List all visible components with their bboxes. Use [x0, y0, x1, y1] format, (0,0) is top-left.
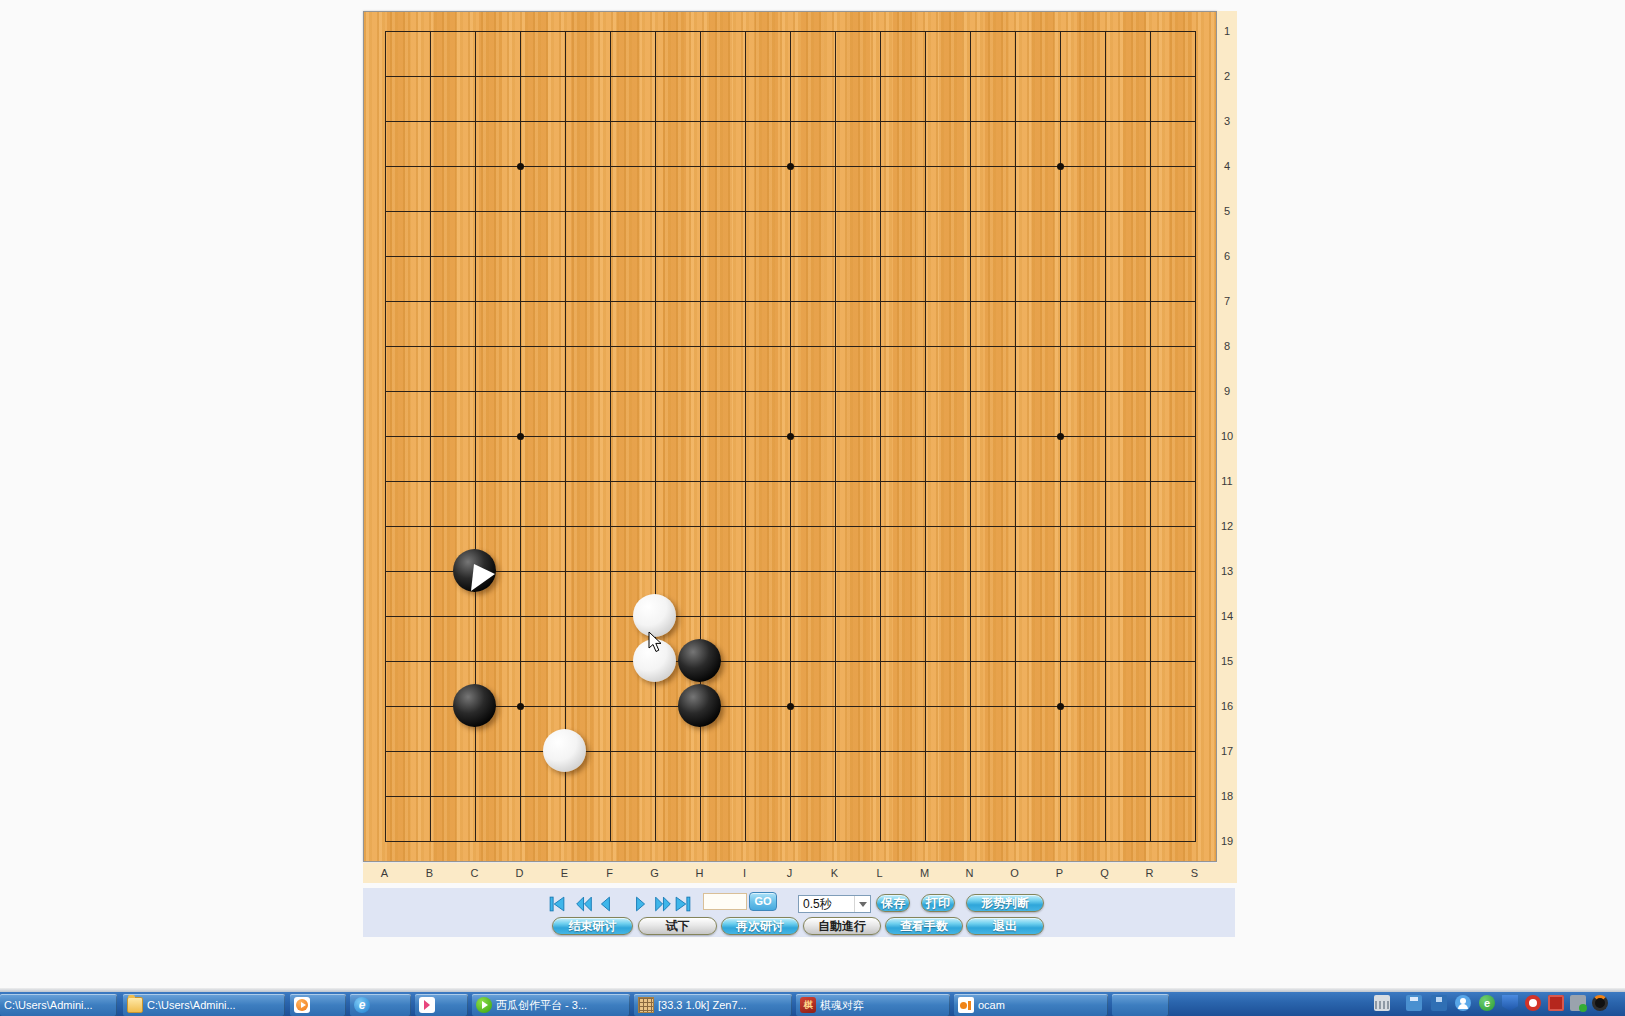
row-label: 10 — [1217, 413, 1237, 458]
triangle-marker-icon — [453, 549, 496, 592]
column-label: E — [542, 863, 587, 883]
back-button[interactable] — [598, 896, 616, 912]
forward-button[interactable] — [632, 896, 650, 912]
go-to-end-button[interactable] — [675, 896, 693, 912]
delay-select-value: 0.5秒 — [799, 896, 854, 913]
taskbar-button-window-9[interactable]: ocam — [954, 994, 1108, 1016]
taskbar-button-label: C:\Users\Admini... — [143, 999, 240, 1011]
ocam-icon — [958, 997, 974, 1013]
row-label: 5 — [1217, 188, 1237, 233]
column-label: P — [1037, 863, 1082, 883]
stone-e17-white — [543, 729, 586, 772]
row-label: 14 — [1217, 593, 1237, 638]
stone-h15-black — [678, 639, 721, 682]
tray-keyboard-icon[interactable] — [1374, 995, 1390, 1011]
column-labels: ABCDEFGHIJKLMNOPQRS — [362, 863, 1217, 883]
chevron-down-icon[interactable] — [854, 896, 870, 912]
column-label: D — [497, 863, 542, 883]
print-button[interactable]: 打印 — [921, 894, 955, 912]
row-label: 7 — [1217, 278, 1237, 323]
exit-button[interactable]: 退出 — [966, 917, 1044, 935]
taskbar-button-none-10[interactable] — [1112, 994, 1169, 1016]
row-label: 11 — [1217, 458, 1237, 503]
row-label: 12 — [1217, 503, 1237, 548]
fast-forward-button[interactable] — [655, 896, 673, 912]
tray-red-app2-icon[interactable] — [1548, 995, 1564, 1011]
tray-red-ring-icon[interactable] — [1525, 995, 1541, 1011]
delay-select[interactable]: 0.5秒 — [798, 895, 871, 913]
taskbar-button-label: [33.3 1.0k] Zen7... — [654, 999, 751, 1011]
column-label: F — [587, 863, 632, 883]
row-label: 2 — [1217, 53, 1237, 98]
stone-c16-black — [453, 684, 496, 727]
column-label: O — [992, 863, 1037, 883]
tray-usb-device-icon[interactable] — [1406, 995, 1422, 1011]
row-label: 6 — [1217, 233, 1237, 278]
column-label: L — [857, 863, 902, 883]
stone-h16-black — [678, 684, 721, 727]
taskbar-button-label: 棋魂对弈 — [816, 998, 868, 1013]
chevron-icon — [419, 997, 435, 1013]
taskbar-button-chevron-5[interactable] — [415, 994, 468, 1016]
tray-user-shield-icon[interactable] — [1455, 995, 1471, 1011]
taskbar: C:\Users\Admini...C:\Users\Admini...e西瓜创… — [0, 992, 1625, 1016]
column-label: M — [902, 863, 947, 883]
taskbar-button-window-6[interactable]: 西瓜创作平台 - 3... — [472, 994, 630, 1016]
taskbar-button-window-7[interactable]: [33.3 1.0k] Zen7... — [634, 994, 792, 1016]
row-label: 8 — [1217, 323, 1237, 368]
judge-position-button[interactable]: 形势判断 — [966, 894, 1044, 912]
taskbar-button-window-1[interactable]: C:\Users\Admini... — [0, 994, 117, 1016]
row-label: 1 — [1217, 8, 1237, 53]
tray-spinner-icon[interactable] — [1592, 995, 1608, 1011]
row-label: 3 — [1217, 98, 1237, 143]
taskbar-button-window-8[interactable]: 棋棋魂对弈 — [796, 994, 950, 1016]
restudy-button[interactable]: 再次研讨 — [721, 917, 799, 935]
auto-play-button[interactable]: 自動進行 — [803, 917, 881, 935]
tray-usb-drive-icon[interactable] — [1431, 995, 1447, 1011]
taskbar-button-label: ocam — [974, 999, 1009, 1011]
column-label: J — [767, 863, 812, 883]
column-label: S — [1172, 863, 1217, 883]
mouse-cursor — [648, 631, 664, 657]
column-label: Q — [1082, 863, 1127, 883]
tray-green-e-icon[interactable]: e — [1479, 995, 1495, 1011]
move-number-input[interactable] — [703, 893, 747, 910]
column-label: I — [722, 863, 767, 883]
player-icon — [294, 997, 310, 1013]
taskbar-button-window-2[interactable]: C:\Users\Admini... — [123, 994, 285, 1016]
red-app-icon: 棋 — [800, 997, 816, 1013]
taskbar-button-label: 西瓜创作平台 - 3... — [492, 998, 591, 1013]
column-label: C — [452, 863, 497, 883]
taskbar-button-ie-4[interactable]: e — [350, 994, 411, 1016]
column-label: G — [632, 863, 677, 883]
tray-shield-icon[interactable] — [1502, 995, 1518, 1011]
row-label: 9 — [1217, 368, 1237, 413]
end-study-button[interactable]: 结束研讨 — [552, 917, 633, 935]
go-button[interactable]: GO — [749, 892, 777, 911]
view-move-count-button[interactable]: 查看手数 — [885, 917, 963, 935]
taskbar-button-label: C:\Users\Admini... — [0, 999, 97, 1011]
try-move-button[interactable]: 试下 — [638, 917, 717, 935]
row-label: 4 — [1217, 143, 1237, 188]
fast-back-button[interactable] — [576, 896, 594, 912]
board-intersections[interactable] — [362, 8, 1217, 863]
control-panel: GO 0.5秒 保存打印形势判断 结束研讨试下再次研讨自動進行查看手数退出 — [363, 888, 1235, 937]
taskbar-button-player-3[interactable] — [290, 994, 346, 1016]
column-label: B — [407, 863, 452, 883]
stone-c13-black — [453, 549, 496, 592]
row-label: 19 — [1217, 818, 1237, 863]
column-label: K — [812, 863, 857, 883]
folder-icon — [127, 997, 143, 1013]
row-labels: 12345678910111213141516171819 — [1217, 8, 1237, 863]
ie-icon: e — [354, 997, 370, 1013]
go-app-screen: ABCDEFGHIJKLMNOPQRS 12345678910111213141… — [0, 0, 1625, 1016]
row-label: 17 — [1217, 728, 1237, 773]
column-label: H — [677, 863, 722, 883]
row-label: 13 — [1217, 548, 1237, 593]
goban-icon — [638, 997, 654, 1013]
row-label: 16 — [1217, 683, 1237, 728]
save-button[interactable]: 保存 — [876, 894, 910, 912]
column-label: N — [947, 863, 992, 883]
column-label: A — [362, 863, 407, 883]
column-label: R — [1127, 863, 1172, 883]
row-label: 15 — [1217, 638, 1237, 683]
go-to-start-button[interactable] — [549, 896, 567, 912]
green-circle-icon — [476, 997, 492, 1013]
tray-usb-ok-icon[interactable] — [1570, 995, 1586, 1011]
row-label: 18 — [1217, 773, 1237, 818]
